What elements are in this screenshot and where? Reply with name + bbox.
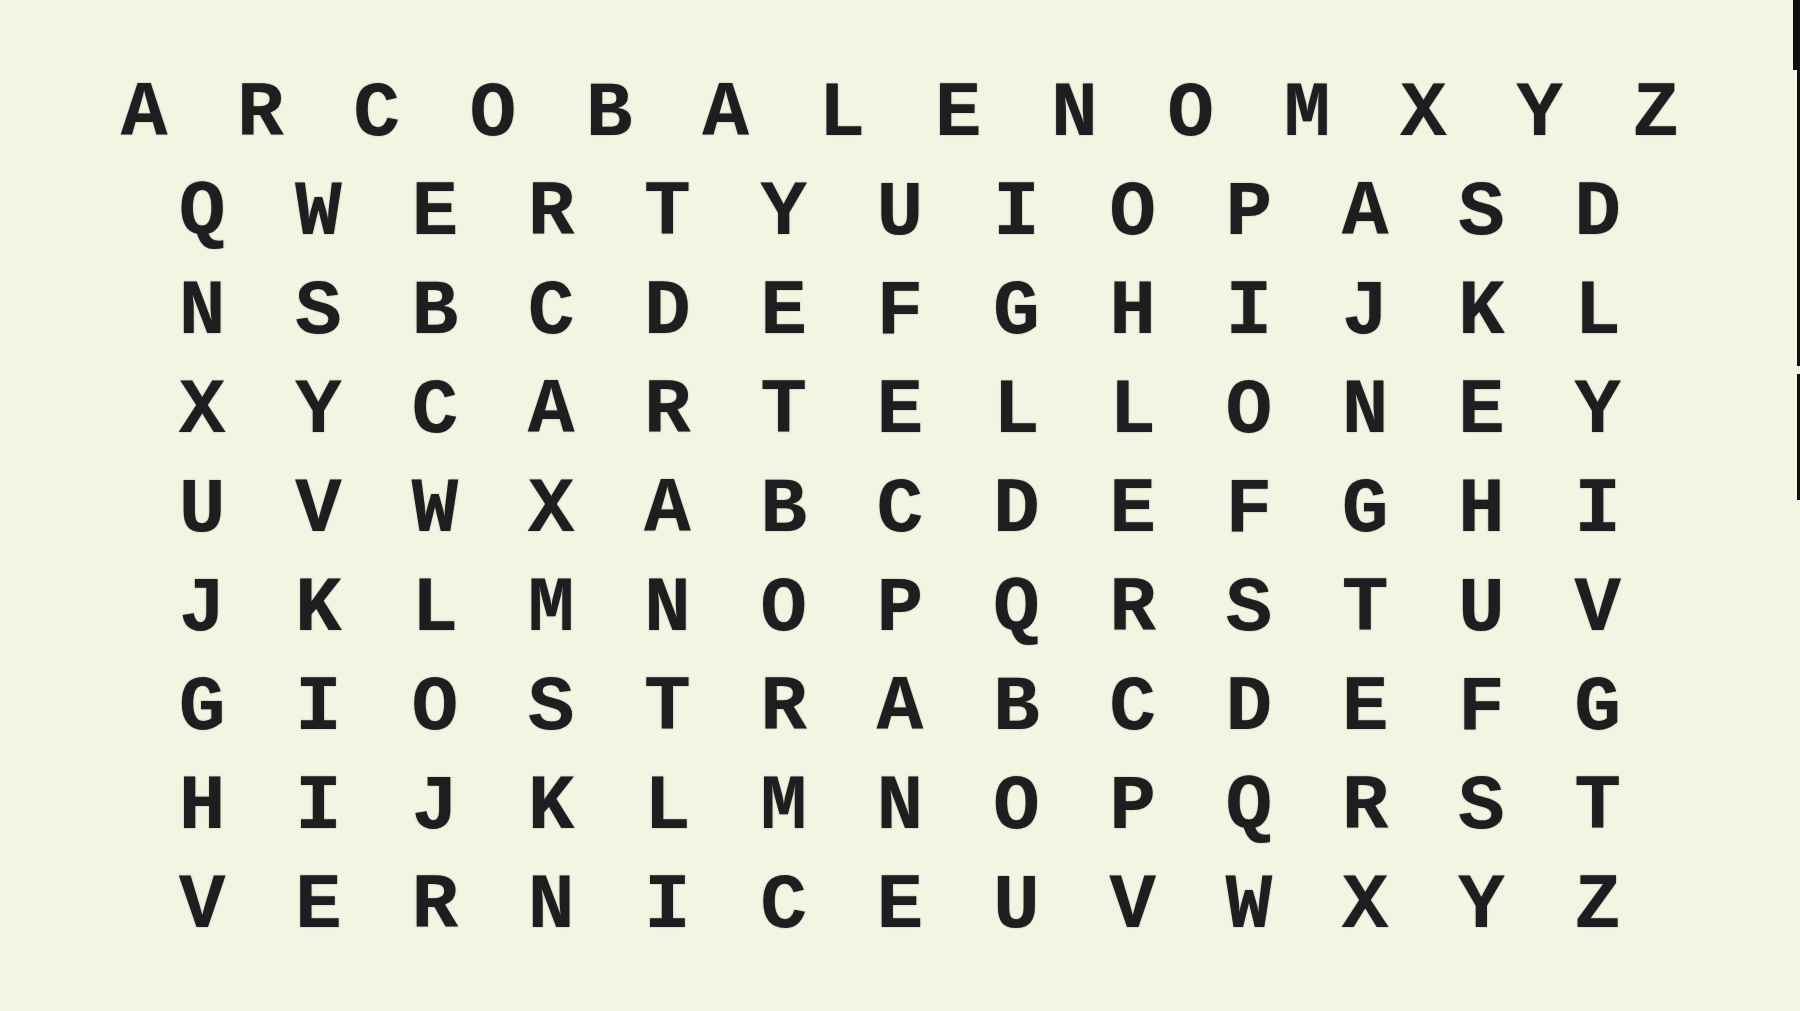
letter-cell-r9c8: U [958, 856, 1074, 955]
letter-cell-r2c11: A [1307, 163, 1423, 262]
letter-cell-r5c7: C [842, 460, 958, 559]
letter-cell-r5c9: E [1074, 460, 1190, 559]
letter-cell-r8c10: Q [1191, 757, 1307, 856]
grid-row-5: UVWXABCDEFGHI [144, 460, 1656, 559]
letter-cell-r1c11: M [1249, 64, 1365, 163]
letter-cell-r8c3: J [377, 757, 493, 856]
letter-cell-r3c13: L [1540, 262, 1656, 361]
letter-cell-r6c11: T [1307, 559, 1423, 658]
scan-edge-artifact-top [1793, 0, 1800, 70]
letter-cell-r7c3: O [377, 658, 493, 757]
letter-cell-r7c2: I [260, 658, 376, 757]
letter-cell-r6c4: M [493, 559, 609, 658]
letter-cell-r6c8: Q [958, 559, 1074, 658]
letter-cell-r7c6: R [726, 658, 842, 757]
letter-cell-r1c6: A [667, 64, 783, 163]
letter-cell-r2c2: W [260, 163, 376, 262]
letter-cell-r2c10: P [1191, 163, 1307, 262]
letter-cell-r7c8: B [958, 658, 1074, 757]
letter-cell-r7c9: C [1074, 658, 1190, 757]
letter-cell-r6c2: K [260, 559, 376, 658]
letter-cell-r2c5: T [609, 163, 725, 262]
letter-cell-r2c12: S [1423, 163, 1539, 262]
letter-cell-r7c10: D [1191, 658, 1307, 757]
letter-cell-r1c13: Y [1481, 64, 1597, 163]
letter-cell-r4c9: L [1074, 361, 1190, 460]
letter-cell-r7c4: S [493, 658, 609, 757]
letter-cell-r5c3: W [377, 460, 493, 559]
letter-cell-r5c10: F [1191, 460, 1307, 559]
letter-cell-r3c12: K [1423, 262, 1539, 361]
letter-cell-r3c2: S [260, 262, 376, 361]
letter-cell-r6c7: P [842, 559, 958, 658]
letter-cell-r4c11: N [1307, 361, 1423, 460]
letter-cell-r5c4: X [493, 460, 609, 559]
letter-cell-r6c10: S [1191, 559, 1307, 658]
letter-cell-r7c7: A [842, 658, 958, 757]
letter-cell-r5c13: I [1540, 460, 1656, 559]
letter-cell-r8c7: N [842, 757, 958, 856]
letter-cell-r9c12: Y [1423, 856, 1539, 955]
letter-cell-r1c2: R [202, 64, 318, 163]
letter-cell-r4c5: R [609, 361, 725, 460]
letter-cell-r3c11: J [1307, 262, 1423, 361]
letter-cell-r5c12: H [1423, 460, 1539, 559]
letter-cell-r7c12: F [1423, 658, 1539, 757]
letter-cell-r3c5: D [609, 262, 725, 361]
letter-cell-r9c13: Z [1540, 856, 1656, 955]
letter-cell-r1c9: N [1016, 64, 1132, 163]
letter-cell-r3c4: C [493, 262, 609, 361]
letter-cell-r2c8: I [958, 163, 1074, 262]
letter-cell-r1c10: O [1133, 64, 1249, 163]
letter-cell-r9c3: R [377, 856, 493, 955]
letter-cell-r2c7: U [842, 163, 958, 262]
letter-cell-r1c1: A [86, 64, 202, 163]
letter-cell-r3c8: G [958, 262, 1074, 361]
letter-cell-r4c12: E [1423, 361, 1539, 460]
grid-row-4: XYCARTELLONEY [144, 361, 1656, 460]
letter-cell-r3c7: F [842, 262, 958, 361]
letter-cell-r2c6: Y [726, 163, 842, 262]
letter-cell-r9c7: E [842, 856, 958, 955]
letter-cell-r1c12: X [1365, 64, 1481, 163]
letter-cell-r8c12: S [1423, 757, 1539, 856]
letter-cell-r9c1: V [144, 856, 260, 955]
grid-row-7: GIOSTRABCDEFG [144, 658, 1656, 757]
word-search-board: ARCOBALENOMXYZQWERTYUIOPASDNSBCDEFGHIJKL… [0, 64, 1800, 955]
letter-cell-r8c5: L [609, 757, 725, 856]
letter-cell-r8c1: H [144, 757, 260, 856]
letter-cell-r7c5: T [609, 658, 725, 757]
letter-cell-r4c4: A [493, 361, 609, 460]
letter-cell-r9c11: X [1307, 856, 1423, 955]
letter-cell-r5c2: V [260, 460, 376, 559]
letter-cell-r9c9: V [1074, 856, 1190, 955]
letter-cell-r2c1: Q [144, 163, 260, 262]
letter-cell-r8c9: P [1074, 757, 1190, 856]
letter-cell-r8c13: T [1540, 757, 1656, 856]
letter-cell-r5c1: U [144, 460, 260, 559]
letter-cell-r4c3: C [377, 361, 493, 460]
letter-cell-r3c1: N [144, 262, 260, 361]
letter-cell-r6c12: U [1423, 559, 1539, 658]
letter-cell-r3c10: I [1191, 262, 1307, 361]
grid-row-9: VERNICEUVWXYZ [144, 856, 1656, 955]
letter-cell-r6c5: N [609, 559, 725, 658]
letter-cell-r1c4: O [435, 64, 551, 163]
letter-cell-r6c13: V [1540, 559, 1656, 658]
letter-cell-r6c1: J [144, 559, 260, 658]
letter-cell-r8c4: K [493, 757, 609, 856]
grid-row-8: HIJKLMNOPQRST [144, 757, 1656, 856]
letter-cell-r1c3: C [319, 64, 435, 163]
letter-cell-r3c9: H [1074, 262, 1190, 361]
letter-cell-r2c3: E [377, 163, 493, 262]
letter-cell-r8c11: R [1307, 757, 1423, 856]
letter-cell-r4c13: Y [1540, 361, 1656, 460]
letter-cell-r7c11: E [1307, 658, 1423, 757]
letter-cell-r1c14: Z [1598, 64, 1714, 163]
letter-cell-r9c5: I [609, 856, 725, 955]
grid-row-6: JKLMNOPQRSTUV [144, 559, 1656, 658]
letter-cell-r2c9: O [1074, 163, 1190, 262]
letter-cell-r8c6: M [726, 757, 842, 856]
letter-cell-r5c11: G [1307, 460, 1423, 559]
letter-cell-r4c10: O [1191, 361, 1307, 460]
letter-cell-r5c5: A [609, 460, 725, 559]
letter-cell-r5c8: D [958, 460, 1074, 559]
letter-cell-r7c1: G [144, 658, 260, 757]
grid-row-3: NSBCDEFGHIJKL [144, 262, 1656, 361]
grid-row-1: ARCOBALENOMXYZ [86, 64, 1714, 163]
letter-cell-r4c1: X [144, 361, 260, 460]
letter-cell-r1c8: E [900, 64, 1016, 163]
letter-cell-r9c10: W [1191, 856, 1307, 955]
letter-cell-r9c2: E [260, 856, 376, 955]
letter-cell-r2c13: D [1540, 163, 1656, 262]
letter-cell-r6c6: O [726, 559, 842, 658]
letter-cell-r6c9: R [1074, 559, 1190, 658]
letter-cell-r8c2: I [260, 757, 376, 856]
letter-cell-r3c3: B [377, 262, 493, 361]
letter-cell-r6c3: L [377, 559, 493, 658]
letter-cell-r5c6: B [726, 460, 842, 559]
letter-cell-r4c6: T [726, 361, 842, 460]
letter-cell-r9c6: C [726, 856, 842, 955]
letter-cell-r4c7: E [842, 361, 958, 460]
grid-row-2: QWERTYUIOPASD [144, 163, 1656, 262]
letter-cell-r7c13: G [1540, 658, 1656, 757]
letter-cell-r4c8: L [958, 361, 1074, 460]
letter-cell-r4c2: Y [260, 361, 376, 460]
letter-cell-r3c6: E [726, 262, 842, 361]
letter-cell-r1c5: B [551, 64, 667, 163]
letter-cell-r2c4: R [493, 163, 609, 262]
letter-cell-r1c7: L [784, 64, 900, 163]
letter-cell-r8c8: O [958, 757, 1074, 856]
letter-cell-r9c4: N [493, 856, 609, 955]
